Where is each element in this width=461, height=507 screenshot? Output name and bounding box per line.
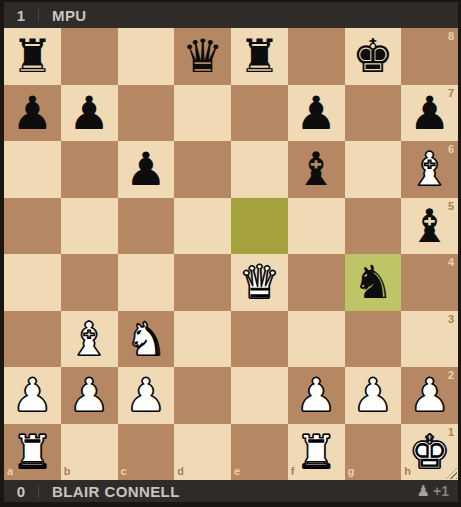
- white-king[interactable]: ♚: [409, 429, 450, 475]
- file-label-d: d: [177, 466, 184, 477]
- square-e1[interactable]: e: [231, 424, 288, 481]
- square-f4[interactable]: [288, 254, 345, 311]
- black-pawn[interactable]: ♟: [409, 90, 450, 136]
- white-rook[interactable]: ♜: [12, 429, 53, 475]
- square-a1[interactable]: ♜a: [4, 424, 61, 481]
- square-e6[interactable]: [231, 141, 288, 198]
- black-rook[interactable]: ♜: [12, 33, 53, 79]
- square-f1[interactable]: ♜f: [288, 424, 345, 481]
- top-player-name: MPU: [52, 7, 87, 24]
- square-g6[interactable]: [345, 141, 402, 198]
- square-h4[interactable]: 4: [401, 254, 458, 311]
- rank-label-6: 6: [448, 144, 454, 155]
- square-f6[interactable]: ♝: [288, 141, 345, 198]
- square-f2[interactable]: ♟: [288, 367, 345, 424]
- rank-label-5: 5: [448, 201, 454, 212]
- black-bishop[interactable]: ♝: [409, 203, 450, 249]
- square-e5[interactable]: [231, 198, 288, 255]
- top-bar-divider: [38, 9, 39, 22]
- white-rook[interactable]: ♜: [296, 429, 337, 475]
- black-pawn[interactable]: ♟: [296, 90, 337, 136]
- square-d7[interactable]: [174, 85, 231, 142]
- square-c7[interactable]: [118, 85, 175, 142]
- square-a6[interactable]: [4, 141, 61, 198]
- square-d2[interactable]: [174, 367, 231, 424]
- black-king[interactable]: ♚: [352, 33, 393, 79]
- white-pawn[interactable]: ♟: [409, 372, 450, 418]
- bottom-player-bar: 0 BLAIR CONNELL ♟ +1: [4, 480, 458, 502]
- rank-label-8: 8: [448, 31, 454, 42]
- square-h3[interactable]: 3: [401, 311, 458, 368]
- square-c1[interactable]: c: [118, 424, 175, 481]
- square-b4[interactable]: [61, 254, 118, 311]
- square-b1[interactable]: b: [61, 424, 118, 481]
- white-bishop[interactable]: ♝: [409, 146, 450, 192]
- square-e2[interactable]: [231, 367, 288, 424]
- square-d5[interactable]: [174, 198, 231, 255]
- square-g5[interactable]: [345, 198, 402, 255]
- square-e7[interactable]: [231, 85, 288, 142]
- chess-board[interactable]: ♜♛♜♚8♟♟♟♟7♟♝♝6♝5♛♞4♝♞3♟♟♟♟♟♟2♜abcde♜fg♚h…: [4, 28, 458, 480]
- square-b6[interactable]: [61, 141, 118, 198]
- square-c3[interactable]: ♞: [118, 311, 175, 368]
- white-pawn[interactable]: ♟: [125, 372, 166, 418]
- bottom-bar-divider: [38, 485, 39, 498]
- chess-app-window: 1 MPU ♜♛♜♚8♟♟♟♟7♟♝♝6♝5♛♞4♝♞3♟♟♟♟♟♟2♜abcd…: [0, 0, 461, 507]
- square-e3[interactable]: [231, 311, 288, 368]
- square-g4[interactable]: ♞: [345, 254, 402, 311]
- bottom-player-name: BLAIR CONNELL: [52, 483, 180, 500]
- square-c6[interactable]: ♟: [118, 141, 175, 198]
- file-label-e: e: [234, 466, 240, 477]
- square-d6[interactable]: [174, 141, 231, 198]
- square-h6[interactable]: ♝6: [401, 141, 458, 198]
- square-a4[interactable]: [4, 254, 61, 311]
- square-b5[interactable]: [61, 198, 118, 255]
- square-c8[interactable]: [118, 28, 175, 85]
- rank-label-7: 7: [448, 88, 454, 99]
- black-queen[interactable]: ♛: [182, 33, 223, 79]
- square-c2[interactable]: ♟: [118, 367, 175, 424]
- square-a8[interactable]: ♜: [4, 28, 61, 85]
- square-h7[interactable]: ♟7: [401, 85, 458, 142]
- square-e4[interactable]: ♛: [231, 254, 288, 311]
- file-label-g: g: [348, 466, 355, 477]
- square-a5[interactable]: [4, 198, 61, 255]
- black-rook[interactable]: ♜: [239, 33, 280, 79]
- square-g8[interactable]: ♚: [345, 28, 402, 85]
- square-g2[interactable]: ♟: [345, 367, 402, 424]
- square-b7[interactable]: ♟: [61, 85, 118, 142]
- rank-label-3: 3: [448, 314, 454, 325]
- square-g7[interactable]: [345, 85, 402, 142]
- square-h1[interactable]: ♚h1: [401, 424, 458, 481]
- square-e8[interactable]: ♜: [231, 28, 288, 85]
- square-d3[interactable]: [174, 311, 231, 368]
- black-knight[interactable]: ♞: [352, 259, 393, 305]
- white-queen[interactable]: ♛: [239, 259, 280, 305]
- square-f8[interactable]: [288, 28, 345, 85]
- white-knight[interactable]: ♞: [125, 316, 166, 362]
- black-bishop[interactable]: ♝: [296, 146, 337, 192]
- square-h2[interactable]: ♟2: [401, 367, 458, 424]
- square-c5[interactable]: [118, 198, 175, 255]
- black-pawn[interactable]: ♟: [12, 90, 53, 136]
- square-b3[interactable]: ♝: [61, 311, 118, 368]
- white-pawn[interactable]: ♟: [69, 372, 110, 418]
- square-g3[interactable]: [345, 311, 402, 368]
- white-pawn[interactable]: ♟: [296, 372, 337, 418]
- square-a7[interactable]: ♟: [4, 85, 61, 142]
- square-d4[interactable]: [174, 254, 231, 311]
- black-pawn[interactable]: ♟: [69, 90, 110, 136]
- square-f7[interactable]: ♟: [288, 85, 345, 142]
- rank-label-1: 1: [448, 427, 454, 438]
- file-label-c: c: [121, 466, 127, 477]
- material-advantage-value: +1: [433, 483, 449, 499]
- white-pawn[interactable]: ♟: [352, 372, 393, 418]
- white-bishop[interactable]: ♝: [69, 316, 110, 362]
- top-player-bar: 1 MPU: [4, 2, 458, 28]
- square-g1[interactable]: g: [345, 424, 402, 481]
- top-player-score: 1: [4, 7, 38, 24]
- square-a2[interactable]: ♟: [4, 367, 61, 424]
- white-pawn[interactable]: ♟: [12, 372, 53, 418]
- file-label-f: f: [291, 466, 295, 477]
- square-b8[interactable]: [61, 28, 118, 85]
- square-f3[interactable]: [288, 311, 345, 368]
- file-label-b: b: [64, 466, 71, 477]
- file-label-h: h: [404, 466, 411, 477]
- square-d8[interactable]: ♛: [174, 28, 231, 85]
- square-d1[interactable]: d: [174, 424, 231, 481]
- material-advantage-badge: ♟ +1: [417, 483, 458, 499]
- square-b2[interactable]: ♟: [61, 367, 118, 424]
- rank-label-4: 4: [448, 257, 454, 268]
- rank-label-2: 2: [448, 370, 454, 381]
- square-f5[interactable]: [288, 198, 345, 255]
- square-a3[interactable]: [4, 311, 61, 368]
- square-c4[interactable]: [118, 254, 175, 311]
- square-h8[interactable]: 8: [401, 28, 458, 85]
- pawn-icon: ♟: [417, 484, 430, 499]
- square-h5[interactable]: ♝5: [401, 198, 458, 255]
- file-label-a: a: [7, 466, 13, 477]
- bottom-player-score: 0: [4, 483, 38, 500]
- black-pawn[interactable]: ♟: [125, 146, 166, 192]
